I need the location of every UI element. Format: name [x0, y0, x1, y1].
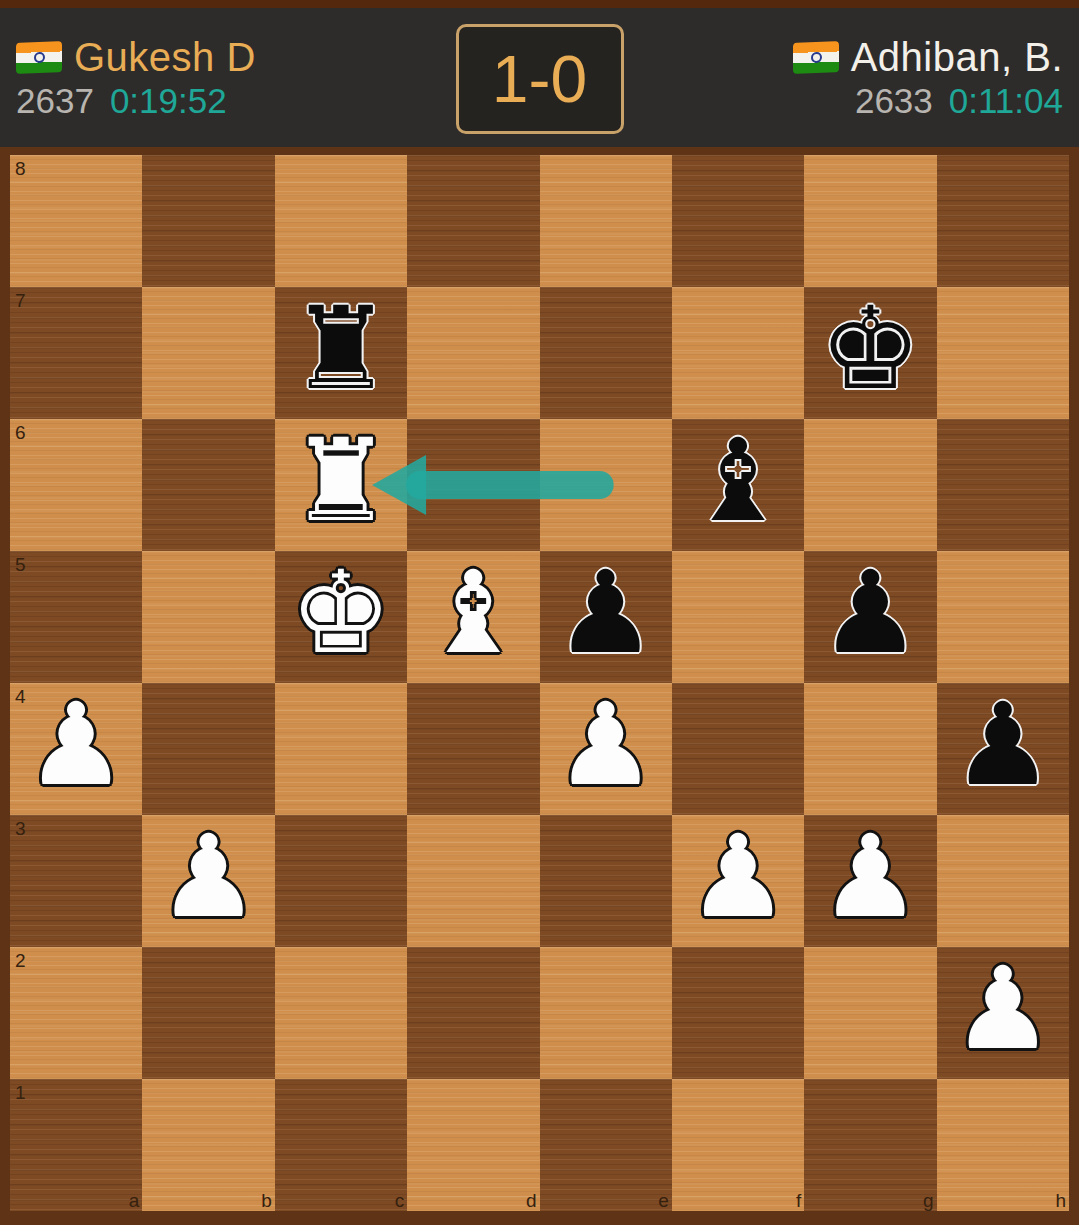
square-h3[interactable] [937, 815, 1069, 947]
square-f5[interactable] [672, 551, 804, 683]
square-b2[interactable] [142, 947, 274, 1079]
black-player-name: Adhiban, B. [851, 37, 1063, 77]
square-d4[interactable] [407, 683, 539, 815]
square-c5[interactable]: ♚ [275, 551, 407, 683]
square-e1[interactable]: e [540, 1079, 672, 1211]
piece-white-k-c5[interactable]: ♚ [290, 556, 392, 670]
square-a8[interactable]: 8 [10, 155, 142, 287]
square-g2[interactable] [804, 947, 936, 1079]
file-label-e: e [658, 1191, 669, 1210]
black-rating: 2633 [855, 83, 933, 118]
square-c6[interactable]: ♜ [275, 419, 407, 551]
piece-black-b-f6[interactable]: ♝ [687, 424, 789, 538]
file-label-a: a [129, 1191, 140, 1210]
square-h2[interactable]: ♟ [937, 947, 1069, 1079]
square-a4[interactable]: 4♟ [10, 683, 142, 815]
square-d8[interactable] [407, 155, 539, 287]
square-g3[interactable]: ♟ [804, 815, 936, 947]
rank-label-6: 6 [15, 423, 26, 442]
square-h8[interactable] [937, 155, 1069, 287]
square-h7[interactable] [937, 287, 1069, 419]
rank-label-1: 1 [15, 1083, 26, 1102]
square-e3[interactable] [540, 815, 672, 947]
black-player-panel: Adhiban, B. 2633 0:11:04 [793, 37, 1063, 118]
chess-board-frame: 87♜♚6♜♝5♚♝♟♟4♟♟♟3♟♟♟2♟1abcdefgh [0, 147, 1079, 1225]
square-c2[interactable] [275, 947, 407, 1079]
square-a5[interactable]: 5 [10, 551, 142, 683]
square-a7[interactable]: 7 [10, 287, 142, 419]
piece-white-b-d5[interactable]: ♝ [422, 556, 524, 670]
piece-black-k-g7[interactable]: ♚ [819, 292, 921, 406]
square-d6[interactable] [407, 419, 539, 551]
piece-white-p-h2[interactable]: ♟ [952, 952, 1054, 1066]
square-a2[interactable]: 2 [10, 947, 142, 1079]
result-text: 1-0 [492, 46, 587, 112]
white-clock: 0:19:52 [110, 83, 227, 118]
square-b7[interactable] [142, 287, 274, 419]
square-b8[interactable] [142, 155, 274, 287]
square-f2[interactable] [672, 947, 804, 1079]
rank-label-7: 7 [15, 291, 26, 310]
square-e4[interactable]: ♟ [540, 683, 672, 815]
square-g1[interactable]: g [804, 1079, 936, 1211]
square-c4[interactable] [275, 683, 407, 815]
square-g5[interactable]: ♟ [804, 551, 936, 683]
square-d2[interactable] [407, 947, 539, 1079]
file-label-h: h [1055, 1191, 1066, 1210]
square-b4[interactable] [142, 683, 274, 815]
top-accent-strip [0, 0, 1079, 8]
piece-black-p-g5[interactable]: ♟ [819, 556, 921, 670]
piece-white-p-e4[interactable]: ♟ [555, 688, 657, 802]
square-h1[interactable]: h [937, 1079, 1069, 1211]
square-h6[interactable] [937, 419, 1069, 551]
square-b3[interactable]: ♟ [142, 815, 274, 947]
square-g4[interactable] [804, 683, 936, 815]
square-d3[interactable] [407, 815, 539, 947]
square-f4[interactable] [672, 683, 804, 815]
square-b1[interactable]: b [142, 1079, 274, 1211]
square-f7[interactable] [672, 287, 804, 419]
square-f1[interactable]: f [672, 1079, 804, 1211]
square-c3[interactable] [275, 815, 407, 947]
square-b6[interactable] [142, 419, 274, 551]
square-a6[interactable]: 6 [10, 419, 142, 551]
square-g8[interactable] [804, 155, 936, 287]
square-d5[interactable]: ♝ [407, 551, 539, 683]
square-d7[interactable] [407, 287, 539, 419]
square-f8[interactable] [672, 155, 804, 287]
square-c8[interactable] [275, 155, 407, 287]
piece-white-p-g3[interactable]: ♟ [819, 820, 921, 934]
file-label-b: b [261, 1191, 272, 1210]
game-header: Gukesh D 2637 0:19:52 1-0 Adhiban, B. 26… [0, 8, 1079, 147]
square-a1[interactable]: 1a [10, 1079, 142, 1211]
square-a3[interactable]: 3 [10, 815, 142, 947]
square-h4[interactable]: ♟ [937, 683, 1069, 815]
square-d1[interactable]: d [407, 1079, 539, 1211]
square-b5[interactable] [142, 551, 274, 683]
piece-white-r-c6[interactable]: ♜ [290, 424, 392, 538]
square-h5[interactable] [937, 551, 1069, 683]
piece-white-p-b3[interactable]: ♟ [157, 820, 259, 934]
rank-label-3: 3 [15, 819, 26, 838]
square-g6[interactable] [804, 419, 936, 551]
file-label-c: c [395, 1191, 405, 1210]
india-flag-icon [16, 41, 62, 74]
rank-label-2: 2 [15, 951, 26, 970]
white-player-panel: Gukesh D 2637 0:19:52 [16, 37, 256, 118]
piece-black-p-h4[interactable]: ♟ [952, 688, 1054, 802]
india-flag-icon [793, 41, 839, 74]
file-label-f: f [796, 1191, 801, 1210]
black-clock: 0:11:04 [949, 83, 1063, 118]
square-f3[interactable]: ♟ [672, 815, 804, 947]
white-rating: 2637 [16, 83, 94, 118]
piece-black-p-e5[interactable]: ♟ [555, 556, 657, 670]
chess-board: 87♜♚6♜♝5♚♝♟♟4♟♟♟3♟♟♟2♟1abcdefgh [10, 155, 1069, 1211]
piece-black-r-c7[interactable]: ♜ [290, 292, 392, 406]
piece-white-p-f3[interactable]: ♟ [687, 820, 789, 934]
result-box: 1-0 [456, 24, 624, 134]
square-c1[interactable]: c [275, 1079, 407, 1211]
rank-label-8: 8 [15, 159, 26, 178]
rank-label-5: 5 [15, 555, 26, 574]
file-label-d: d [526, 1191, 537, 1210]
square-e5[interactable]: ♟ [540, 551, 672, 683]
square-f6[interactable]: ♝ [672, 419, 804, 551]
piece-white-p-a4[interactable]: ♟ [25, 688, 127, 802]
white-player-name: Gukesh D [74, 37, 256, 77]
square-g7[interactable]: ♚ [804, 287, 936, 419]
square-e7[interactable] [540, 287, 672, 419]
square-e6[interactable] [540, 419, 672, 551]
rank-label-4: 4 [15, 687, 26, 706]
square-c7[interactable]: ♜ [275, 287, 407, 419]
square-e8[interactable] [540, 155, 672, 287]
file-label-g: g [923, 1191, 934, 1210]
square-e2[interactable] [540, 947, 672, 1079]
